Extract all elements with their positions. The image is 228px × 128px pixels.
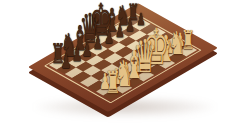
black-pawn-a7: ♟: [61, 51, 72, 71]
pieces-layer: ♜♟♞♟♝♟♚♟♛♟♟♜♝♟♟♞♞♟♟♝♜♟♟♚♟♛♟♝♟♞♟♜: [0, 0, 228, 128]
black-pawn-d7: ♟: [93, 34, 103, 53]
white-rook-a1: ♜: [105, 67, 121, 97]
black-pawn-b7: ♟: [72, 45, 82, 65]
black-pawn-e7: ♟: [104, 28, 114, 46]
black-pawn-c7: ♟: [82, 40, 92, 59]
black-pawn-f7: ♟: [115, 22, 124, 40]
chess-set-photo: ♜♟♞♟♝♟♚♟♛♟♟♜♝♟♟♞♞♟♟♝♜♟♟♚♟♛♟♝♟♞♟♜: [0, 0, 228, 128]
